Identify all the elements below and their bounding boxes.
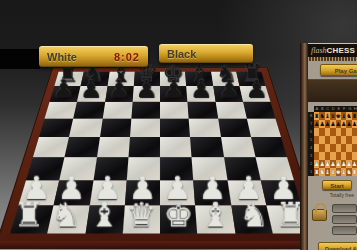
square-c4[interactable]	[96, 137, 129, 157]
piece-black-pawn[interactable]: ♟	[218, 76, 240, 101]
square-b4[interactable]	[65, 137, 100, 157]
piece-black-pawn[interactable]: ♟	[245, 76, 267, 101]
square-a5[interactable]	[39, 118, 73, 137]
square-h6	[352, 128, 357, 136]
square-d6[interactable]	[131, 102, 160, 119]
flashchess-logo: flashCHESS	[308, 44, 357, 57]
square-g1[interactable]: ♞	[231, 205, 273, 233]
download-play-button[interactable]: Download & Play	[318, 242, 357, 250]
mini-board-squares: ♜♞♝♛♚♝♞♜♟♟♟♟♟♟♟♟♟♟♟♟♟♟♟♟♜♞♝♛♚♝♞♜	[314, 112, 357, 176]
logo-flash-text: flash	[311, 46, 327, 55]
square-c6[interactable]	[102, 102, 132, 119]
piece-white-rook: ♜	[352, 168, 357, 176]
square-h1: ♜	[352, 168, 357, 176]
black-player-label: Black	[167, 48, 196, 60]
square-h4	[352, 144, 357, 152]
piece-black-rook: ♜	[352, 112, 357, 120]
white-player-label: White	[47, 51, 77, 63]
piece-white-bishop[interactable]: ♝	[201, 198, 231, 231]
square-e5[interactable]	[160, 118, 190, 137]
piece-white-knight[interactable]: ♞	[238, 198, 268, 231]
square-c5[interactable]	[100, 118, 132, 137]
square-e1[interactable]: ♚	[160, 205, 197, 233]
square-h7: ♟	[352, 120, 357, 128]
square-e6[interactable]	[160, 102, 189, 119]
login-field[interactable]	[332, 226, 357, 235]
white-player-bar: White 8:02	[39, 46, 148, 67]
square-b1[interactable]: ♞	[48, 205, 90, 233]
piece-black-pawn[interactable]: ♟	[108, 76, 130, 101]
sidebar-panel: flashCHESS Play Game ABCDEFGH 87654321 ♜…	[300, 43, 357, 250]
square-c1[interactable]: ♝	[85, 205, 125, 233]
square-h6[interactable]	[243, 102, 276, 119]
square-h5	[352, 136, 357, 144]
login-field[interactable]	[332, 204, 357, 213]
square-b5[interactable]	[69, 118, 102, 137]
sidebar-edge-trim	[300, 43, 308, 250]
square-a4[interactable]	[33, 137, 69, 157]
square-g5[interactable]	[218, 118, 251, 137]
white-clock: 8:02	[114, 51, 140, 63]
promo-dark-box	[308, 79, 357, 102]
square-b6[interactable]	[73, 102, 104, 119]
square-f4[interactable]	[190, 137, 223, 157]
square-f6[interactable]	[188, 102, 218, 119]
piece-white-knight[interactable]: ♞	[52, 198, 82, 231]
sidebar-content: flashCHESS Play Game ABCDEFGH 87654321 ♜…	[308, 43, 357, 250]
square-f5[interactable]	[189, 118, 221, 137]
square-h8: ♜	[352, 112, 357, 120]
square-d1[interactable]: ♛	[123, 205, 160, 233]
piece-black-pawn[interactable]: ♟	[80, 76, 102, 101]
piece-black-pawn[interactable]: ♟	[190, 76, 212, 101]
board-front-edge	[0, 241, 330, 249]
piece-white-king[interactable]: ♚	[164, 198, 194, 231]
piece-black-pawn[interactable]: ♟	[135, 76, 157, 101]
square-a6[interactable]	[45, 102, 78, 119]
login-area	[308, 200, 357, 237]
free-note: Totally free	[308, 192, 354, 198]
square-c7[interactable]: ♟	[105, 86, 134, 101]
square-e4[interactable]	[160, 137, 192, 157]
square-h7[interactable]: ♟	[239, 86, 270, 101]
lock-icon	[312, 209, 327, 221]
square-g4[interactable]	[221, 137, 256, 157]
square-a1[interactable]: ♜	[10, 205, 54, 233]
square-d7[interactable]: ♟	[132, 86, 160, 101]
piece-black-pawn[interactable]: ♟	[53, 76, 75, 101]
piece-black-pawn: ♟	[352, 120, 357, 128]
start-button[interactable]: Start	[322, 180, 352, 190]
square-b7[interactable]: ♟	[77, 86, 107, 101]
square-g7[interactable]: ♟	[213, 86, 243, 101]
square-e7[interactable]: ♟	[160, 86, 188, 101]
square-a7[interactable]: ♟	[50, 86, 81, 101]
square-f7[interactable]: ♟	[186, 86, 215, 101]
chess-board[interactable]: ♜♞♝♛♚♝♞♜♟♟♟♟♟♟♟♟♟♟♟♟♟♟♟♟♜♞♝♛♚♝♞♜	[0, 68, 324, 243]
square-h3	[352, 152, 357, 160]
logo-chess-text: CHESS	[327, 46, 356, 55]
piece-black-pawn[interactable]: ♟	[163, 76, 185, 101]
square-d4[interactable]	[128, 137, 160, 157]
square-h2: ♟	[352, 160, 357, 168]
piece-white-rook[interactable]: ♜	[14, 198, 44, 231]
square-h4[interactable]	[251, 137, 287, 157]
black-player-bar: Black	[159, 44, 253, 63]
left-black-strip	[0, 49, 40, 69]
play-game-button[interactable]: Play Game	[320, 64, 357, 76]
piece-white-queen[interactable]: ♛	[126, 198, 156, 231]
logo-tagline	[308, 57, 357, 61]
mini-chess-board: ABCDEFGH 87654321 ♜♞♝♛♚♝♞♜♟♟♟♟♟♟♟♟♟♟♟♟♟♟…	[308, 106, 357, 177]
game-scene: White 8:02 Black ♜♞♝♛♚♝♞♜♟♟♟♟♟♟♟♟♟♟♟♟♟♟♟…	[0, 0, 357, 250]
login-fields	[330, 200, 357, 237]
piece-white-bishop[interactable]: ♝	[89, 198, 119, 231]
login-field[interactable]	[332, 215, 357, 224]
square-g6[interactable]	[215, 102, 246, 119]
square-h5[interactable]	[247, 118, 281, 137]
square-f1[interactable]: ♝	[195, 205, 235, 233]
piece-white-pawn: ♟	[352, 160, 357, 168]
square-d5[interactable]	[130, 118, 160, 137]
